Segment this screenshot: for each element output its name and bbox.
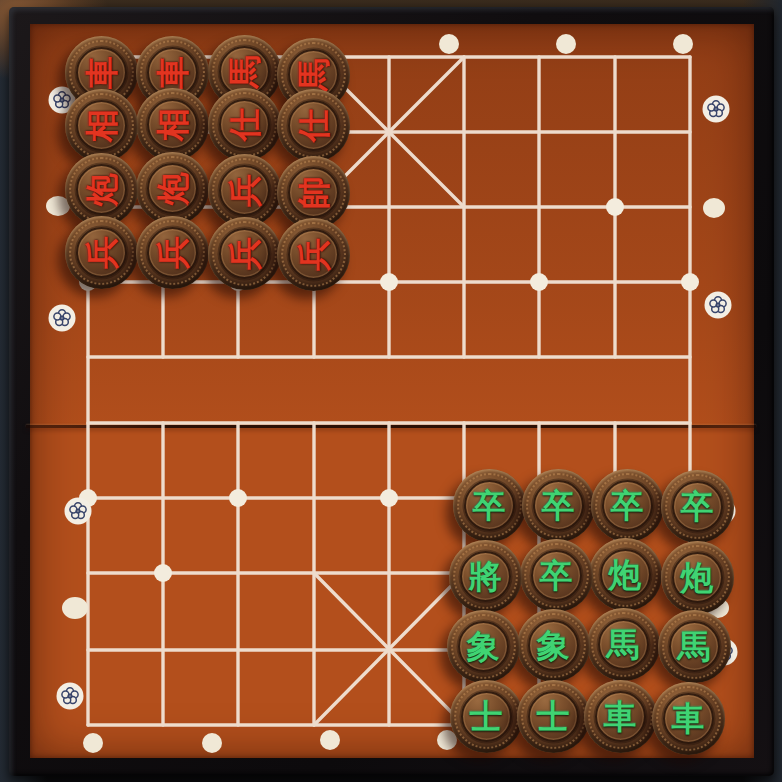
piece-character: 卒 [542,489,575,522]
piece-red-cannon[interactable]: 炮 [136,152,209,225]
piece-red-soldier[interactable]: 兵 [277,218,350,291]
piece-character: 炮 [609,558,642,591]
piece-character: 士 [470,700,503,733]
piece-green-soldier[interactable]: 卒 [520,539,593,612]
piece-character: 相 [156,108,189,141]
piece-character: 象 [467,630,500,663]
piece-character: 兵 [156,236,189,269]
piece-character: 炮 [85,173,118,206]
piece-green-general[interactable]: 將 [449,540,522,613]
piece-character: 兵 [228,237,261,270]
piece-green-chariot[interactable]: 車 [652,682,725,755]
piece-character: 士 [537,700,570,733]
piece-character: 相 [85,109,118,142]
piece-character: 兵 [85,236,118,269]
piece-character: 車 [85,56,118,89]
pieces-layer: 車車馬馬相相仕仕炮炮兵帥兵兵兵兵卒卒卒卒將卒炮炮象象馬馬士士車車 [0,0,782,782]
piece-character: 卒 [681,490,714,523]
xiangqi-board-photo: 車車馬馬相相仕仕炮炮兵帥兵兵兵兵卒卒卒卒將卒炮炮象象馬馬士士車車 [0,0,782,782]
piece-character: 馬 [297,58,330,91]
piece-character: 帥 [297,176,330,209]
piece-green-horse[interactable]: 馬 [658,610,731,683]
piece-character: 車 [156,56,189,89]
piece-character: 馬 [228,55,261,88]
piece-character: 炮 [156,172,189,205]
piece-character: 卒 [540,559,573,592]
piece-character: 將 [469,560,502,593]
piece-green-elephant[interactable]: 象 [447,610,520,683]
piece-green-soldier[interactable]: 卒 [453,469,526,542]
piece-red-cannon[interactable]: 炮 [65,153,138,226]
piece-green-advisor[interactable]: 士 [517,680,590,753]
piece-green-soldier[interactable]: 卒 [661,470,734,543]
piece-character: 兵 [297,238,330,271]
piece-red-soldier[interactable]: 兵 [136,216,209,289]
piece-character: 象 [537,629,570,662]
piece-green-cannon[interactable]: 炮 [589,538,662,611]
piece-green-chariot[interactable]: 車 [584,680,657,753]
piece-character: 馬 [678,630,711,663]
piece-character: 炮 [681,561,714,594]
piece-green-horse[interactable]: 馬 [587,608,660,681]
piece-red-elephant[interactable]: 相 [136,88,209,161]
piece-character: 車 [672,702,705,735]
piece-character: 卒 [473,489,506,522]
piece-red-soldier[interactable]: 兵 [208,154,281,227]
piece-red-soldier[interactable]: 兵 [65,216,138,289]
piece-red-advisor[interactable]: 仕 [208,88,281,161]
piece-character: 馬 [607,628,640,661]
piece-character: 仕 [297,109,330,142]
piece-green-advisor[interactable]: 士 [450,680,523,753]
piece-red-soldier[interactable]: 兵 [208,217,281,290]
piece-green-soldier[interactable]: 卒 [591,469,664,542]
piece-character: 兵 [228,174,261,207]
piece-character: 仕 [228,108,261,141]
piece-character: 卒 [611,489,644,522]
piece-green-elephant[interactable]: 象 [517,609,590,682]
piece-green-cannon[interactable]: 炮 [661,541,734,614]
piece-green-soldier[interactable]: 卒 [522,469,595,542]
piece-red-elephant[interactable]: 相 [65,89,138,162]
piece-character: 車 [604,700,637,733]
piece-red-advisor[interactable]: 仕 [277,89,350,162]
